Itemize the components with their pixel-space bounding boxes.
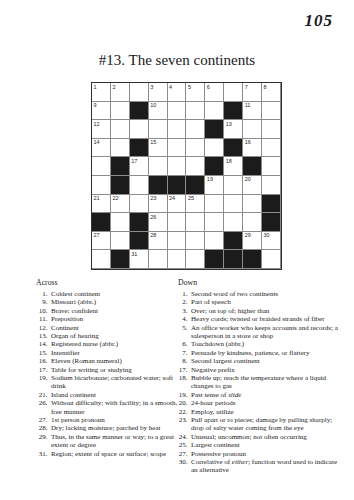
clue-item: 3.Over; on top of; higher than xyxy=(178,307,341,315)
clue-number: 19. xyxy=(178,391,191,399)
black-cell xyxy=(130,213,149,232)
cell-number: 29 xyxy=(245,232,251,238)
grid-cell[interactable]: 31 xyxy=(130,250,149,269)
cell-number: 2 xyxy=(112,84,115,90)
black-cell xyxy=(224,250,243,269)
grid-cell[interactable] xyxy=(92,176,111,195)
down-clues-section: Down 1.Second word of two continents2.Pa… xyxy=(178,279,341,475)
grid-cell[interactable] xyxy=(168,102,187,121)
clue-text: Touchdown (abbr.) xyxy=(191,340,341,348)
grid-cell[interactable] xyxy=(130,176,149,195)
grid-cell[interactable]: 2 xyxy=(111,83,130,102)
black-cell xyxy=(130,232,149,251)
clue-item: 19.Past tense of slide xyxy=(178,391,341,399)
clue-text: Thus, in the same manner or way; to a gr… xyxy=(51,433,178,450)
clue-item: 9.Missouri (abbr.) xyxy=(36,298,178,306)
grid-cell[interactable]: 7 xyxy=(243,83,262,102)
clue-text: Brave; confident xyxy=(51,307,178,315)
cell-number: 6 xyxy=(207,84,210,90)
cell-number: 31 xyxy=(131,251,137,257)
clue-text: Correlative of either; function word use… xyxy=(191,458,341,475)
cell-number: 28 xyxy=(150,232,156,238)
clue-number: 31. xyxy=(36,450,51,458)
clue-text: Coldest continent xyxy=(51,290,178,298)
clue-number: 29. xyxy=(36,433,51,450)
clue-item: 5.An office worker who keeps accounts an… xyxy=(178,324,341,341)
grid-cell[interactable]: 9 xyxy=(92,102,111,121)
grid-cell[interactable]: 28 xyxy=(149,232,168,251)
black-cell xyxy=(205,250,224,269)
clue-text: Island continent xyxy=(51,391,178,399)
black-cell xyxy=(262,213,281,232)
cell-number: 19 xyxy=(207,176,213,182)
clue-item: 27.1st person pronoun xyxy=(36,416,178,424)
grid-cell[interactable] xyxy=(92,157,111,176)
grid-cell[interactable] xyxy=(92,250,111,269)
black-cell xyxy=(243,157,262,176)
grid-cell[interactable]: 3 xyxy=(149,83,168,102)
black-cell xyxy=(111,176,130,195)
clue-text: An office worker who keeps accounts and … xyxy=(191,324,341,341)
cell-number: 21 xyxy=(94,195,100,201)
clue-number: 17. xyxy=(178,366,191,374)
grid-cell[interactable]: 20 xyxy=(243,176,262,195)
black-cell xyxy=(224,102,243,121)
clue-item: 18.Bubble up; reach the temperature wher… xyxy=(178,374,341,391)
grid-cell[interactable] xyxy=(149,120,168,139)
grid-cell[interactable]: 27 xyxy=(92,232,111,251)
black-cell xyxy=(92,213,111,232)
cell-number: 30 xyxy=(264,232,270,238)
grid-cell[interactable]: 16 xyxy=(243,139,262,158)
clue-text: 1st person pronoun xyxy=(51,416,178,424)
clue-item: 30.Correlative of either; function word … xyxy=(178,458,341,475)
cell-number: 20 xyxy=(245,176,251,182)
clue-number: 9. xyxy=(36,298,51,306)
grid-cell[interactable] xyxy=(149,250,168,269)
cell-number: 4 xyxy=(169,84,172,90)
across-heading: Across xyxy=(36,279,178,287)
grid-cell[interactable] xyxy=(205,195,224,214)
grid-cell[interactable]: 21 xyxy=(92,195,111,214)
grid-cell[interactable]: 10 xyxy=(149,102,168,121)
cell-number: 1 xyxy=(94,84,97,90)
grid-cell[interactable] xyxy=(224,83,243,102)
clue-number: 30. xyxy=(178,458,191,475)
cell-number: 9 xyxy=(94,102,97,108)
clue-text: Organ of hearing xyxy=(51,332,178,340)
clue-number: 13. xyxy=(36,332,51,340)
clue-number: 27. xyxy=(36,416,51,424)
clue-text: Employ, utilize xyxy=(191,408,341,416)
grid-cell[interactable] xyxy=(111,120,130,139)
grid-cell[interactable]: 23 xyxy=(149,195,168,214)
clue-item: 4.Heavy cords; twisted or braided strand… xyxy=(178,315,341,323)
grid-cell[interactable] xyxy=(243,120,262,139)
clue-item: 14.Registered nurse (abbr.) xyxy=(36,340,178,348)
clue-number: 7. xyxy=(178,349,191,357)
clue-number: 10. xyxy=(36,307,51,315)
grid-cell[interactable] xyxy=(130,83,149,102)
clue-item: 24.Unusual; uncommon; not often occurrin… xyxy=(178,433,341,441)
grid-cell[interactable]: 5 xyxy=(186,83,205,102)
grid-cell[interactable] xyxy=(168,213,187,232)
clue-number: 15. xyxy=(36,349,51,357)
clue-item: 20.24-hour periods xyxy=(178,399,341,407)
clue-number: 20. xyxy=(178,399,191,407)
grid-cell[interactable]: 8 xyxy=(262,83,281,102)
grid-cell[interactable] xyxy=(205,139,224,158)
grid-cell[interactable] xyxy=(149,157,168,176)
grid-cell[interactable] xyxy=(168,250,187,269)
clue-item: 17.Table for writing or studying xyxy=(36,366,178,374)
grid-cell[interactable] xyxy=(205,102,224,121)
cell-number: 7 xyxy=(245,84,248,90)
clue-text: Pull apart or to pieces; damage by pulli… xyxy=(191,416,341,433)
clue-number: 16. xyxy=(36,357,51,365)
clue-item: 29.Thus, in the same manner or way; to a… xyxy=(36,433,178,450)
clue-text: 24-hour periods xyxy=(191,399,341,407)
clue-number: 8. xyxy=(178,357,191,365)
clue-number: 26. xyxy=(36,399,51,416)
grid-cell[interactable] xyxy=(224,195,243,214)
clue-number: 27. xyxy=(178,450,191,458)
grid-cell[interactable] xyxy=(186,120,205,139)
clue-text: Eleven (Roman numeral) xyxy=(51,357,178,365)
grid-cell[interactable]: 4 xyxy=(168,83,187,102)
clue-text: Heavy cords; twisted or braided strands … xyxy=(191,315,341,323)
cell-number: 24 xyxy=(169,195,175,201)
black-cell xyxy=(224,232,243,251)
clue-number: 24. xyxy=(178,433,191,441)
grid-cell[interactable]: 13 xyxy=(224,120,243,139)
clue-item: 27.Possessive pronoun xyxy=(178,450,341,458)
grid-cell[interactable] xyxy=(130,195,149,214)
clue-text: Region; extent of space or surface; scop… xyxy=(51,450,178,458)
cell-number: 15 xyxy=(150,139,156,145)
clue-text: Preposition xyxy=(51,315,178,323)
clue-number: 18. xyxy=(178,374,191,391)
grid-cell[interactable]: 24 xyxy=(168,195,187,214)
grid-cell[interactable] xyxy=(111,102,130,121)
clue-text: Part of speech xyxy=(191,298,341,306)
clue-number: 1. xyxy=(178,290,191,298)
clue-number: 12. xyxy=(36,324,51,332)
clue-item: 12.Continent xyxy=(36,324,178,332)
black-cell xyxy=(149,176,168,195)
clue-item: 28.Dry; lacking moisture; parched by hea… xyxy=(36,424,178,432)
grid-cell[interactable]: 15 xyxy=(149,139,168,158)
clue-number: 11. xyxy=(36,315,51,323)
grid-cell[interactable] xyxy=(168,232,187,251)
grid-cell[interactable] xyxy=(168,139,187,158)
clue-item: 11.Preposition xyxy=(36,315,178,323)
clue-item: 8.Second largest continent xyxy=(178,357,341,365)
clue-text: Missouri (abbr.) xyxy=(51,298,178,306)
black-cell xyxy=(243,250,262,269)
cell-number: 11 xyxy=(245,102,251,108)
page-number: 105 xyxy=(305,11,334,31)
clue-text: Second word of two continents xyxy=(191,290,341,298)
black-cell xyxy=(168,176,187,195)
black-cell xyxy=(130,139,149,158)
grid-cell[interactable]: 17 xyxy=(130,157,149,176)
clue-item: 21.Island continent xyxy=(36,391,178,399)
grid-cell[interactable] xyxy=(224,213,243,232)
grid-cell[interactable] xyxy=(186,250,205,269)
grid-cell[interactable] xyxy=(224,176,243,195)
clue-text: Without difficulty; with facility; in a … xyxy=(51,399,178,416)
cell-number: 12 xyxy=(94,121,100,127)
clue-item: 6.Touchdown (abbr.) xyxy=(178,340,341,348)
clue-text: Negative prefix xyxy=(191,366,341,374)
clue-item: 15.Intensifier xyxy=(36,349,178,357)
grid-cell[interactable] xyxy=(262,139,281,158)
grid-cell[interactable] xyxy=(243,213,262,232)
across-clue-list: 1.Coldest continent9.Missouri (abbr.)10.… xyxy=(36,290,178,458)
clue-number: 23. xyxy=(178,416,191,433)
grid-cell[interactable]: 1 xyxy=(92,83,111,102)
grid-cell[interactable] xyxy=(168,157,187,176)
grid-cell[interactable]: 25 xyxy=(186,195,205,214)
clue-item: 23.Pull apart or to pieces; damage by pu… xyxy=(178,416,341,433)
clue-item: 16.Eleven (Roman numeral) xyxy=(36,357,178,365)
grid-cell[interactable] xyxy=(205,232,224,251)
cell-number: 14 xyxy=(94,139,100,145)
grid-cell[interactable] xyxy=(186,139,205,158)
cell-number: 18 xyxy=(226,158,232,164)
clue-number: 4. xyxy=(178,315,191,323)
cell-number: 13 xyxy=(226,121,232,127)
clue-number: 25. xyxy=(178,441,191,449)
cell-number: 26 xyxy=(150,214,156,220)
cell-number: 16 xyxy=(245,139,251,145)
grid-cell[interactable] xyxy=(130,120,149,139)
clue-item: 2.Part of speech xyxy=(178,298,341,306)
clue-text: Registered nurse (abbr.) xyxy=(51,340,178,348)
grid-cell[interactable] xyxy=(186,213,205,232)
grid-cell[interactable] xyxy=(243,195,262,214)
grid-cell[interactable] xyxy=(262,250,281,269)
clue-text: Sodium bicarbonate; carbonated water; so… xyxy=(51,374,178,391)
grid-cell[interactable]: 26 xyxy=(149,213,168,232)
across-clues-section: Across 1.Coldest continent9.Missouri (ab… xyxy=(36,279,178,458)
clue-number: 28. xyxy=(36,424,51,432)
black-cell xyxy=(205,157,224,176)
clue-item: 1.Coldest continent xyxy=(36,290,178,298)
clue-text: Largest continent xyxy=(191,441,341,449)
clue-number: 19. xyxy=(36,374,51,391)
grid-cell[interactable] xyxy=(186,157,205,176)
black-cell xyxy=(262,195,281,214)
cell-number: 17 xyxy=(131,158,137,164)
grid-cell[interactable]: 12 xyxy=(92,120,111,139)
clue-text: Unusual; uncommon; not often occurring xyxy=(191,433,341,441)
cell-number: 8 xyxy=(264,84,267,90)
clue-text: Over; on top of; higher than xyxy=(191,307,341,315)
grid-cell[interactable] xyxy=(186,232,205,251)
down-clue-list: 1.Second word of two continents2.Part of… xyxy=(178,290,341,475)
clue-number: 17. xyxy=(36,366,51,374)
clue-text: Possessive pronoun xyxy=(191,450,341,458)
clue-text: Past tense of slide xyxy=(191,391,341,399)
cell-number: 5 xyxy=(188,84,191,90)
clue-number: 6. xyxy=(178,340,191,348)
black-cell xyxy=(111,157,130,176)
clue-number: 2. xyxy=(178,298,191,306)
clue-item: 17.Negative prefix xyxy=(178,366,341,374)
clue-number: 14. xyxy=(36,340,51,348)
grid-cell[interactable] xyxy=(262,102,281,121)
clue-number: 21. xyxy=(36,391,51,399)
grid-cell[interactable] xyxy=(205,213,224,232)
clue-text: Dry; lacking moisture; parched by heat xyxy=(51,424,178,432)
clue-text: Intensifier xyxy=(51,349,178,357)
cell-number: 3 xyxy=(150,84,153,90)
grid-cell[interactable]: 18 xyxy=(224,157,243,176)
black-cell xyxy=(186,176,205,195)
clue-item: 10.Brave; confident xyxy=(36,307,178,315)
grid-cell[interactable] xyxy=(111,213,130,232)
clue-item: 31.Region; extent of space or surface; s… xyxy=(36,450,178,458)
grid-cell[interactable] xyxy=(186,102,205,121)
clue-item: 25.Largest continent xyxy=(178,441,341,449)
down-heading: Down xyxy=(178,279,341,287)
grid-cell[interactable] xyxy=(111,139,130,158)
grid-cell[interactable]: 14 xyxy=(92,139,111,158)
grid-cell[interactable]: 6 xyxy=(205,83,224,102)
grid-cell[interactable] xyxy=(168,120,187,139)
clue-item: 7.Persuade by kindness, patience, or fla… xyxy=(178,349,341,357)
clue-text: Second largest continent xyxy=(191,357,341,365)
black-cell xyxy=(205,120,224,139)
clue-number: 3. xyxy=(178,307,191,315)
black-cell xyxy=(111,250,130,269)
cell-number: 23 xyxy=(150,195,156,201)
puzzle-title: #13. The seven continents xyxy=(0,52,354,69)
clue-item: 19.Sodium bicarbonate; carbonated water;… xyxy=(36,374,178,391)
cell-number: 27 xyxy=(94,232,100,238)
clue-item: 26.Without difficulty; with facility; in… xyxy=(36,399,178,416)
grid-cell[interactable]: 11 xyxy=(243,102,262,121)
grid-cell[interactable]: 22 xyxy=(111,195,130,214)
clue-item: 22.Employ, utilize xyxy=(178,408,341,416)
grid-cell[interactable] xyxy=(262,176,281,195)
grid-cell[interactable]: 29 xyxy=(243,232,262,251)
clue-item: 13.Organ of hearing xyxy=(36,332,178,340)
clue-text: Continent xyxy=(51,324,178,332)
cell-number: 10 xyxy=(150,102,156,108)
clue-text: Persuade by kindness, patience, or flatt… xyxy=(191,349,341,357)
grid-cell[interactable]: 30 xyxy=(262,232,281,251)
grid-cell[interactable]: 19 xyxy=(205,176,224,195)
clue-number: 1. xyxy=(36,290,51,298)
crossword-grid: 1234567891011121314151617181920212223242… xyxy=(91,82,282,270)
clue-text: Bubble up; reach the temperature where a… xyxy=(191,374,341,391)
cell-number: 22 xyxy=(112,195,118,201)
clue-item: 1.Second word of two continents xyxy=(178,290,341,298)
grid-cell[interactable] xyxy=(262,120,281,139)
grid-cell[interactable] xyxy=(111,232,130,251)
black-cell xyxy=(130,102,149,121)
grid-cell[interactable] xyxy=(262,157,281,176)
clue-number: 5. xyxy=(178,324,191,341)
black-cell xyxy=(224,139,243,158)
cell-number: 25 xyxy=(188,195,194,201)
clue-number: 22. xyxy=(178,408,191,416)
clue-text: Table for writing or studying xyxy=(51,366,178,374)
